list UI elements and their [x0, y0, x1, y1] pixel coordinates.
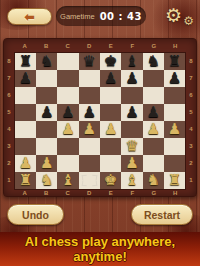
coord-label: B	[36, 190, 58, 196]
white-pawn: ♟	[57, 121, 78, 137]
square-d2[interactable]	[79, 155, 100, 172]
square-c6[interactable]	[57, 87, 78, 104]
square-d7[interactable]	[79, 70, 100, 87]
black-pawn: ♟	[36, 104, 57, 120]
coord-label: C	[57, 43, 79, 49]
square-a8[interactable]: ♜	[15, 53, 36, 70]
square-e5[interactable]	[100, 104, 121, 121]
coord-label: E	[100, 190, 122, 196]
coord-label: H	[165, 43, 187, 49]
coord-label: A	[14, 43, 36, 49]
white-rook: ♜	[164, 172, 185, 188]
square-g2[interactable]	[143, 155, 164, 172]
coord-label: 3	[7, 143, 10, 149]
square-b8[interactable]: ♞	[36, 53, 57, 70]
square-h3[interactable]	[164, 138, 185, 155]
restart-button[interactable]: Restart	[131, 204, 193, 225]
coord-label: 1	[189, 177, 192, 183]
white-rook: ♜	[15, 172, 36, 188]
square-b1[interactable]: ♞	[36, 172, 57, 189]
square-g4[interactable]: ♟	[143, 121, 164, 138]
square-c4[interactable]: ♟	[57, 121, 78, 138]
square-e3[interactable]	[100, 138, 121, 155]
coord-label: D	[79, 190, 101, 196]
coord-label: 3	[189, 143, 192, 149]
coord-label: H	[165, 190, 187, 196]
top-bar: ⬅ Gametime 00 : 43 ⚙ ⚙	[0, 0, 200, 32]
square-d3[interactable]	[79, 138, 100, 155]
square-e2[interactable]	[100, 155, 121, 172]
coord-label: 2	[7, 160, 10, 166]
white-knight: ♞	[36, 172, 57, 188]
white-pawn: ♟	[36, 155, 57, 171]
white-bishop: ♝	[57, 172, 78, 188]
white-pawn: ♟	[15, 155, 36, 171]
black-bishop: ♝	[121, 53, 142, 69]
gear-icon: ⚙	[165, 4, 182, 26]
black-king: ♚	[100, 53, 121, 69]
white-pawn: ♟	[121, 155, 142, 171]
white-queen: ♛	[121, 138, 142, 154]
black-knight: ♞	[143, 53, 164, 69]
square-e8[interactable]: ♚	[100, 53, 121, 70]
square-f6[interactable]	[121, 87, 142, 104]
coord-label: 5	[189, 109, 192, 115]
banner-line1: AI chess play anywhere,	[25, 234, 175, 249]
square-f3[interactable]: ♛	[121, 138, 142, 155]
back-button[interactable]: ⬅	[7, 8, 52, 25]
square-g8[interactable]: ♞	[143, 53, 164, 70]
settings-button[interactable]: ⚙ ⚙	[150, 1, 198, 33]
black-rook: ♜	[15, 53, 36, 69]
square-b2[interactable]: ♟	[36, 155, 57, 172]
black-pawn: ♟	[143, 104, 164, 120]
black-pawn: ♟	[15, 70, 36, 86]
gametime-display: Gametime 00 : 43	[56, 6, 146, 26]
rank-labels-left: 87654321	[4, 52, 14, 188]
square-b7[interactable]	[36, 70, 57, 87]
coord-label: 4	[7, 126, 10, 132]
coord-label: G	[143, 190, 165, 196]
coord-label: 5	[7, 109, 10, 115]
chess-board[interactable]: ♜♞♛♚♝♞♜♟♟♟♟♟♟♟♟♟♟♟♟♟♟♛♟♟♟♜♞♝♚♝♞♜	[14, 52, 186, 190]
square-d5[interactable]: ♟	[79, 104, 100, 121]
square-d6[interactable]	[79, 87, 100, 104]
square-c7[interactable]	[57, 70, 78, 87]
coord-label: F	[122, 190, 144, 196]
square-g7[interactable]	[143, 70, 164, 87]
square-f5[interactable]: ♟	[121, 104, 142, 121]
coord-label: B	[36, 43, 58, 49]
square-f7[interactable]: ♟	[121, 70, 142, 87]
coord-label: G	[143, 43, 165, 49]
square-h1[interactable]: ♜	[164, 172, 185, 189]
white-pawn: ♟	[100, 121, 121, 137]
square-b6[interactable]	[36, 87, 57, 104]
square-e1[interactable]: ♚	[100, 172, 121, 189]
chess-board-frame: ABCDEFGH 87654321 ♜♞♛♚♝♞♜♟♟♟♟♟♟♟♟♟♟♟♟♟♟♛…	[3, 38, 197, 197]
square-g3[interactable]	[143, 138, 164, 155]
square-f2[interactable]: ♟	[121, 155, 142, 172]
square-b4[interactable]	[36, 121, 57, 138]
coord-label: A	[14, 190, 36, 196]
coord-label: 8	[7, 58, 10, 64]
white-king: ♚	[100, 172, 121, 188]
black-queen: ♛	[79, 53, 100, 69]
square-f8[interactable]: ♝	[121, 53, 142, 70]
square-a5[interactable]	[15, 104, 36, 121]
undo-button[interactable]: Undo	[7, 204, 64, 225]
gear-icon-small: ⚙	[183, 14, 194, 28]
coord-label: 7	[189, 75, 192, 81]
square-g6[interactable]	[143, 87, 164, 104]
coord-label: 8	[189, 58, 192, 64]
promo-banner: AI chess play anywhere, anytime!	[0, 232, 200, 266]
black-pawn: ♟	[57, 104, 78, 120]
white-knight: ♞	[143, 172, 164, 188]
white-pawn: ♟	[79, 121, 100, 137]
banner-line2: anytime!	[73, 249, 126, 264]
square-f1[interactable]: ♝	[121, 172, 142, 189]
square-f4[interactable]	[121, 121, 142, 138]
black-pawn: ♟	[100, 70, 121, 86]
coord-label: 1	[7, 177, 10, 183]
square-c5[interactable]: ♟	[57, 104, 78, 121]
square-h5[interactable]	[164, 104, 185, 121]
black-knight: ♞	[36, 53, 57, 69]
file-labels-bottom: ABCDEFGH	[14, 188, 186, 197]
coord-label: E	[100, 43, 122, 49]
square-c8[interactable]	[57, 53, 78, 70]
square-c1[interactable]: ♝	[57, 172, 78, 189]
chess-app: ⬅ Gametime 00 : 43 ⚙ ⚙ ABCDEFGH 87654321…	[0, 0, 200, 266]
square-e7[interactable]: ♟	[100, 70, 121, 87]
square-e6[interactable]	[100, 87, 121, 104]
coord-label: 2	[189, 160, 192, 166]
square-a7[interactable]: ♟	[15, 70, 36, 87]
black-rook: ♜	[164, 53, 185, 69]
square-d8[interactable]: ♛	[79, 53, 100, 70]
square-h2[interactable]	[164, 155, 185, 172]
square-e4[interactable]: ♟	[100, 121, 121, 138]
square-d4[interactable]: ♟	[79, 121, 100, 138]
square-h4[interactable]: ♟	[164, 121, 185, 138]
square-a1[interactable]: ♜	[15, 172, 36, 189]
coord-label: 6	[189, 92, 192, 98]
square-g5[interactable]: ♟	[143, 104, 164, 121]
coord-label: 4	[189, 126, 192, 132]
square-c2[interactable]	[57, 155, 78, 172]
square-a4[interactable]	[15, 121, 36, 138]
file-labels-top: ABCDEFGH	[14, 39, 186, 52]
coord-label: F	[122, 43, 144, 49]
coord-label: C	[57, 190, 79, 196]
square-g1[interactable]: ♞	[143, 172, 164, 189]
rank-labels-right: 87654321	[186, 52, 196, 188]
back-arrow-icon: ⬅	[24, 11, 34, 23]
white-bishop: ♝	[121, 172, 142, 188]
square-h6[interactable]	[164, 87, 185, 104]
square-b3[interactable]	[36, 138, 57, 155]
white-pawn: ♟	[143, 121, 164, 137]
coord-label: 7	[7, 75, 10, 81]
gametime-value: 00 : 43	[100, 11, 142, 22]
square-b5[interactable]: ♟	[36, 104, 57, 121]
square-a2[interactable]: ♟	[15, 155, 36, 172]
coord-label: 6	[7, 92, 10, 98]
move-origin-marker	[81, 174, 98, 187]
gametime-label: Gametime	[60, 12, 95, 21]
square-d1[interactable]	[79, 172, 100, 189]
square-h7[interactable]: ♟	[164, 70, 185, 87]
black-pawn: ♟	[164, 70, 185, 86]
square-a3[interactable]	[15, 138, 36, 155]
black-pawn: ♟	[121, 104, 142, 120]
square-a6[interactable]	[15, 87, 36, 104]
black-pawn: ♟	[79, 104, 100, 120]
coord-label: D	[79, 43, 101, 49]
square-h8[interactable]: ♜	[164, 53, 185, 70]
white-pawn: ♟	[164, 121, 185, 137]
square-c3[interactable]	[57, 138, 78, 155]
black-pawn: ♟	[121, 70, 142, 86]
